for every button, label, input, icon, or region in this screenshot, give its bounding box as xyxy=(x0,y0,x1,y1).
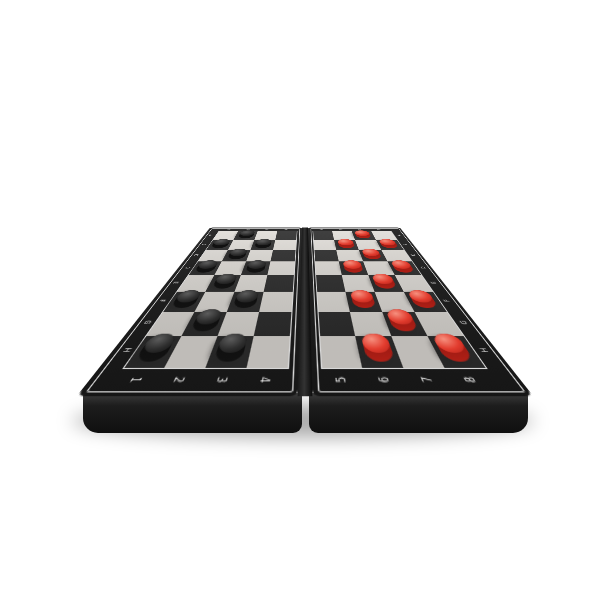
rank-label: H xyxy=(119,348,133,353)
checker-red[interactable] xyxy=(362,249,383,259)
rank-label: B xyxy=(403,244,410,245)
checker-black[interactable] xyxy=(213,334,249,362)
square-A5[interactable] xyxy=(313,231,334,240)
checker-red[interactable] xyxy=(360,334,395,362)
file-labels-front-right: 5678 xyxy=(320,371,497,388)
checker-red[interactable] xyxy=(354,230,372,238)
checker-red[interactable] xyxy=(349,290,376,308)
rank-label: H xyxy=(477,348,491,353)
square-F4[interactable] xyxy=(259,292,292,312)
playing-grid-right xyxy=(312,231,487,369)
file-label: 5 xyxy=(319,229,323,230)
case-front-right xyxy=(309,393,528,433)
playing-grid-left xyxy=(122,231,298,369)
file-label: 1 xyxy=(226,229,231,230)
checker-red[interactable] xyxy=(342,260,364,272)
square-F3[interactable] xyxy=(227,292,264,312)
file-label: 7 xyxy=(420,377,435,383)
rank-label: F xyxy=(443,299,453,301)
square-B3[interactable] xyxy=(251,240,276,250)
product-photo-scene: ABCDEFGH 1234 1234 ABCDEFGH 5678 5678 xyxy=(0,0,600,600)
square-D4[interactable] xyxy=(267,261,294,275)
rank-label: A xyxy=(396,234,402,235)
checker-black[interactable] xyxy=(194,260,219,272)
rank-label: F xyxy=(158,299,168,301)
file-label: 3 xyxy=(265,229,270,230)
checker-red[interactable] xyxy=(372,274,398,289)
square-C4[interactable] xyxy=(270,250,295,262)
rank-label: B xyxy=(201,244,208,245)
square-G4[interactable] xyxy=(253,312,291,337)
file-label: 4 xyxy=(284,229,288,230)
file-label: 6 xyxy=(378,377,392,383)
file-label: 6 xyxy=(339,229,344,230)
file-label: 8 xyxy=(462,377,478,383)
file-label: 5 xyxy=(336,377,349,383)
file-labels-front-left: 1234 xyxy=(108,371,286,388)
checker-red[interactable] xyxy=(378,239,399,248)
rank-label: E xyxy=(430,281,439,283)
checker-red[interactable] xyxy=(407,290,439,308)
square-C5[interactable] xyxy=(314,250,339,262)
file-label: 3 xyxy=(214,377,228,383)
checker-black[interactable] xyxy=(189,310,223,332)
board-half-left: ABCDEFGH 1234 1234 xyxy=(77,227,302,396)
square-B4[interactable] xyxy=(273,240,296,250)
checker-red[interactable] xyxy=(337,239,355,248)
file-label: 8 xyxy=(377,229,382,230)
rank-label: C xyxy=(410,254,417,256)
square-D5[interactable] xyxy=(315,261,342,275)
square-D3[interactable] xyxy=(241,261,270,275)
checker-black[interactable] xyxy=(237,230,255,238)
rank-label: D xyxy=(183,267,191,269)
checker-black[interactable] xyxy=(210,239,231,248)
square-H4[interactable] xyxy=(246,336,289,368)
checker-black[interactable] xyxy=(245,260,267,272)
rank-label: G xyxy=(458,321,470,325)
checker-black[interactable] xyxy=(233,290,260,308)
rank-label: A xyxy=(208,234,214,235)
square-E4[interactable] xyxy=(263,275,293,291)
file-label: 4 xyxy=(257,377,270,383)
checker-black[interactable] xyxy=(211,274,237,289)
file-label: 1 xyxy=(127,377,143,383)
square-E5[interactable] xyxy=(316,275,346,291)
rank-label: G xyxy=(141,321,153,325)
case-front-left xyxy=(83,393,302,433)
checker-black[interactable] xyxy=(226,249,247,259)
file-label: 2 xyxy=(170,377,185,383)
board-half-right: ABCDEFGH 5678 5678 xyxy=(308,227,533,396)
square-F5[interactable] xyxy=(317,292,350,312)
rank-label: C xyxy=(192,254,199,256)
rank-label: D xyxy=(419,267,427,269)
checkers-board: ABCDEFGH 1234 1234 ABCDEFGH 5678 5678 xyxy=(77,227,534,396)
square-A4[interactable] xyxy=(275,231,296,240)
square-B5[interactable] xyxy=(313,240,336,250)
checker-red[interactable] xyxy=(390,260,415,272)
checker-black[interactable] xyxy=(254,239,272,248)
rank-label: E xyxy=(172,281,181,283)
